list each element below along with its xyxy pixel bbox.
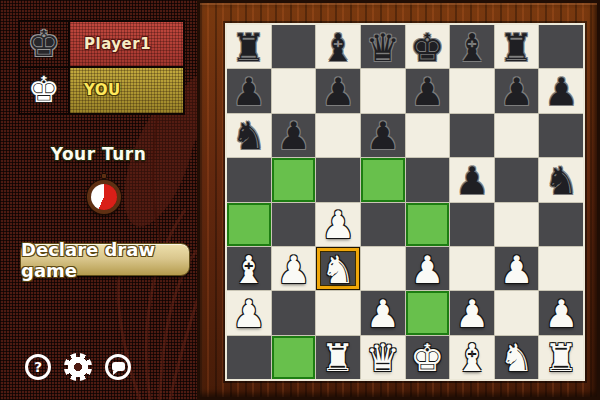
square-h8[interactable] <box>539 25 583 68</box>
square-c6[interactable] <box>316 114 360 157</box>
white-pawn-piece[interactable]: ♟ <box>410 249 444 289</box>
white-king-piece[interactable]: ♚ <box>410 337 444 377</box>
square-g3[interactable]: ♟ <box>495 247 539 290</box>
square-f1[interactable]: ♝ <box>450 336 494 379</box>
square-g7[interactable]: ♟ <box>495 69 539 112</box>
square-b5[interactable] <box>272 158 316 201</box>
square-b2[interactable] <box>272 291 316 334</box>
square-f2[interactable]: ♟ <box>450 291 494 334</box>
square-b7[interactable] <box>272 69 316 112</box>
stopwatch-face <box>91 184 117 210</box>
black-knight-piece[interactable]: ♞ <box>232 115 266 155</box>
black-king-piece[interactable]: ♚ <box>410 27 444 67</box>
square-d7[interactable] <box>361 69 405 112</box>
white-rook-piece[interactable]: ♜ <box>321 337 355 377</box>
footer-icons: ? <box>25 353 135 380</box>
square-h2[interactable]: ♟ <box>539 291 583 334</box>
square-f7[interactable] <box>450 69 494 112</box>
sidebar: ♚ Player1 ♚ YOU Your Turn Declare draw g… <box>0 0 197 400</box>
square-a3[interactable]: ♝ <box>227 247 271 290</box>
square-b1[interactable] <box>272 336 316 379</box>
white-knight-piece[interactable]: ♞ <box>500 337 534 377</box>
square-a4[interactable] <box>227 203 271 246</box>
you-name-row[interactable]: YOU <box>70 68 183 114</box>
square-h7[interactable]: ♟ <box>539 69 583 112</box>
player1-name: Player1 <box>84 35 151 53</box>
chess-board: ♜♝♛♚♝♜♟♟♟♟♟♞♟♟♟♞♟♝♟♞♟♟♟♟♟♟♜♛♚♝♞♜ <box>225 23 585 381</box>
you-name: YOU <box>84 81 121 99</box>
white-pawn-piece[interactable]: ♟ <box>321 204 355 244</box>
black-pawn-piece[interactable]: ♟ <box>366 115 400 155</box>
black-pawn-piece[interactable]: ♟ <box>276 115 310 155</box>
white-knight-piece[interactable]: ♞ <box>321 249 355 289</box>
square-a6[interactable]: ♞ <box>227 114 271 157</box>
square-c7[interactable]: ♟ <box>316 69 360 112</box>
black-queen-piece[interactable]: ♛ <box>366 27 400 67</box>
square-e1[interactable]: ♚ <box>406 336 450 379</box>
square-g5[interactable] <box>495 158 539 201</box>
square-h1[interactable]: ♜ <box>539 336 583 379</box>
square-e4[interactable] <box>406 203 450 246</box>
black-player-icon-cell: ♚ <box>20 22 70 68</box>
square-d8[interactable]: ♛ <box>361 25 405 68</box>
white-rook-piece[interactable]: ♜ <box>544 337 578 377</box>
settings-icon[interactable] <box>64 353 92 381</box>
black-pawn-piece[interactable]: ♟ <box>500 71 534 111</box>
declare-draw-button[interactable]: Declare draw game <box>20 243 190 276</box>
square-e3[interactable]: ♟ <box>406 247 450 290</box>
white-pawn-piece[interactable]: ♟ <box>276 249 310 289</box>
square-f5[interactable]: ♟ <box>450 158 494 201</box>
square-b6[interactable]: ♟ <box>272 114 316 157</box>
square-g4[interactable] <box>495 203 539 246</box>
square-d1[interactable]: ♛ <box>361 336 405 379</box>
black-bishop-piece[interactable]: ♝ <box>455 27 489 67</box>
board-frame: ♜♝♛♚♝♜♟♟♟♟♟♞♟♟♟♞♟♝♟♞♟♟♟♟♟♟♜♛♚♝♞♜ <box>197 0 600 400</box>
square-e8[interactable]: ♚ <box>406 25 450 68</box>
black-bishop-piece[interactable]: ♝ <box>321 27 355 67</box>
square-g8[interactable]: ♜ <box>495 25 539 68</box>
chat-icon <box>112 362 125 371</box>
square-g2[interactable] <box>495 291 539 334</box>
square-c4[interactable]: ♟ <box>316 203 360 246</box>
square-h5[interactable]: ♞ <box>539 158 583 201</box>
square-h3[interactable] <box>539 247 583 290</box>
square-f3[interactable] <box>450 247 494 290</box>
square-f6[interactable] <box>450 114 494 157</box>
square-f8[interactable]: ♝ <box>450 25 494 68</box>
square-h4[interactable] <box>539 203 583 246</box>
white-bishop-piece[interactable]: ♝ <box>232 249 266 289</box>
white-queen-piece[interactable]: ♛ <box>366 337 400 377</box>
square-g6[interactable] <box>495 114 539 157</box>
black-pawn-piece[interactable]: ♟ <box>232 71 266 111</box>
black-pawn-piece[interactable]: ♟ <box>544 71 578 111</box>
stopwatch-icon <box>87 180 121 214</box>
black-pawn-piece[interactable]: ♟ <box>455 160 489 200</box>
white-pawn-piece[interactable]: ♟ <box>366 293 400 333</box>
black-pawn-piece[interactable]: ♟ <box>410 71 444 111</box>
square-c8[interactable]: ♝ <box>316 25 360 68</box>
square-e6[interactable] <box>406 114 450 157</box>
square-b3[interactable]: ♟ <box>272 247 316 290</box>
chat-button[interactable] <box>105 354 131 380</box>
white-pawn-piece[interactable]: ♟ <box>232 293 266 333</box>
black-rook-piece[interactable]: ♜ <box>500 27 534 67</box>
square-b4[interactable] <box>272 203 316 246</box>
player-panel: ♚ Player1 ♚ YOU <box>18 20 185 115</box>
square-c5[interactable] <box>316 158 360 201</box>
square-c3[interactable]: ♞ <box>316 247 360 290</box>
white-pawn-piece[interactable]: ♟ <box>544 293 578 333</box>
turn-indicator: Your Turn <box>0 144 197 164</box>
white-pawn-piece[interactable]: ♟ <box>500 249 534 289</box>
white-king-icon: ♚ <box>28 72 60 108</box>
help-button[interactable]: ? <box>25 354 51 380</box>
square-g1[interactable]: ♞ <box>495 336 539 379</box>
white-pawn-piece[interactable]: ♟ <box>455 293 489 333</box>
square-e5[interactable] <box>406 158 450 201</box>
stopwatch-knob <box>101 173 107 179</box>
black-king-icon: ♚ <box>28 26 60 62</box>
white-player-icon-cell: ♚ <box>20 68 70 114</box>
square-a8[interactable]: ♜ <box>227 25 271 68</box>
chess-app: ♚ Player1 ♚ YOU Your Turn Declare draw g… <box>0 0 600 400</box>
square-a5[interactable] <box>227 158 271 201</box>
square-a2[interactable]: ♟ <box>227 291 271 334</box>
square-d4[interactable] <box>361 203 405 246</box>
white-bishop-piece[interactable]: ♝ <box>455 337 489 377</box>
black-pawn-piece[interactable]: ♟ <box>321 71 355 111</box>
help-icon: ? <box>34 360 42 374</box>
square-d5[interactable] <box>361 158 405 201</box>
black-knight-piece[interactable]: ♞ <box>544 160 578 200</box>
black-rook-piece[interactable]: ♜ <box>232 27 266 67</box>
square-d6[interactable]: ♟ <box>361 114 405 157</box>
square-d2[interactable]: ♟ <box>361 291 405 334</box>
square-f4[interactable] <box>450 203 494 246</box>
square-c2[interactable] <box>316 291 360 334</box>
square-e7[interactable]: ♟ <box>406 69 450 112</box>
square-c1[interactable]: ♜ <box>316 336 360 379</box>
square-d3[interactable] <box>361 247 405 290</box>
square-e2[interactable] <box>406 291 450 334</box>
player1-name-row[interactable]: Player1 <box>70 22 183 68</box>
square-h6[interactable] <box>539 114 583 157</box>
square-a1[interactable] <box>227 336 271 379</box>
square-b8[interactable] <box>272 25 316 68</box>
square-a7[interactable]: ♟ <box>227 69 271 112</box>
